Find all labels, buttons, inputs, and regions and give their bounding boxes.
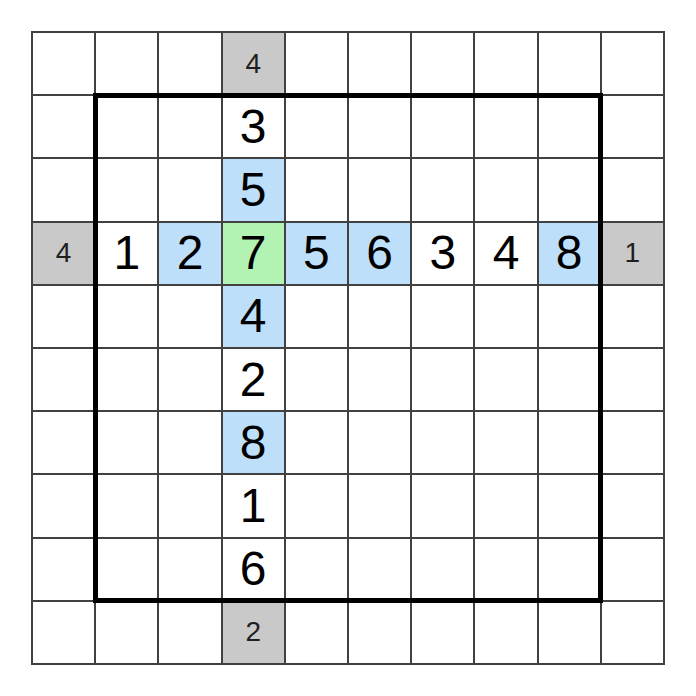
board-cell — [349, 33, 410, 94]
board-cell — [475, 33, 536, 94]
board-cell[interactable] — [96, 412, 157, 473]
board-cell[interactable] — [96, 286, 157, 347]
board-cell[interactable] — [539, 159, 600, 220]
board-cell[interactable] — [349, 412, 410, 473]
board-cell — [602, 412, 663, 473]
board-cell[interactable] — [159, 286, 220, 347]
board-cell — [159, 33, 220, 94]
clue-left: 4 — [33, 223, 94, 284]
board-cell[interactable] — [412, 539, 473, 600]
value-cell[interactable]: 5 — [286, 223, 347, 284]
board-cell[interactable] — [349, 96, 410, 157]
clue-right: 1 — [602, 223, 663, 284]
value-cell[interactable]: 8 — [223, 412, 284, 473]
value-cell[interactable]: 5 — [223, 159, 284, 220]
board-cell — [602, 602, 663, 663]
board-cell[interactable] — [475, 475, 536, 536]
puzzle-board: 4354127563481428162 — [31, 31, 665, 665]
puzzle-board-grid: 4354127563481428162 — [31, 31, 665, 665]
board-cell — [33, 475, 94, 536]
board-cell — [602, 539, 663, 600]
board-cell[interactable] — [475, 412, 536, 473]
value-cell[interactable]: 2 — [159, 223, 220, 284]
board-cell — [159, 602, 220, 663]
board-cell[interactable] — [96, 159, 157, 220]
board-cell[interactable] — [349, 539, 410, 600]
value-cell[interactable]: 7 — [223, 223, 284, 284]
board-cell[interactable] — [159, 412, 220, 473]
board-cell[interactable] — [539, 475, 600, 536]
clue-top: 4 — [223, 33, 284, 94]
board-cell[interactable] — [349, 349, 410, 410]
value-cell[interactable]: 1 — [223, 475, 284, 536]
board-cell[interactable] — [96, 96, 157, 157]
board-cell[interactable] — [412, 159, 473, 220]
board-cell — [412, 33, 473, 94]
board-cell[interactable] — [96, 475, 157, 536]
board-cell[interactable] — [159, 539, 220, 600]
board-cell — [602, 159, 663, 220]
value-cell[interactable]: 3 — [412, 223, 473, 284]
clue-bottom: 2 — [223, 602, 284, 663]
board-cell[interactable] — [539, 539, 600, 600]
board-cell[interactable] — [539, 286, 600, 347]
board-cell[interactable] — [475, 349, 536, 410]
value-cell[interactable]: 6 — [223, 539, 284, 600]
board-cell — [33, 159, 94, 220]
board-cell — [539, 602, 600, 663]
value-cell[interactable]: 4 — [475, 223, 536, 284]
board-cell — [33, 349, 94, 410]
board-cell[interactable] — [96, 349, 157, 410]
board-cell[interactable] — [349, 475, 410, 536]
board-cell[interactable] — [412, 349, 473, 410]
board-cell[interactable] — [286, 286, 347, 347]
board-cell — [96, 33, 157, 94]
board-cell[interactable] — [286, 539, 347, 600]
value-cell[interactable]: 1 — [96, 223, 157, 284]
board-cell — [475, 602, 536, 663]
board-cell — [33, 412, 94, 473]
board-cell — [33, 33, 94, 94]
value-cell[interactable]: 6 — [349, 223, 410, 284]
board-cell[interactable] — [475, 159, 536, 220]
board-cell[interactable] — [349, 286, 410, 347]
board-cell[interactable] — [96, 539, 157, 600]
board-cell — [602, 475, 663, 536]
board-cell — [602, 96, 663, 157]
board-cell[interactable] — [475, 96, 536, 157]
board-cell[interactable] — [286, 159, 347, 220]
board-cell — [33, 602, 94, 663]
puzzle-screen: 4354127563481428162 — [0, 0, 696, 696]
board-cell[interactable] — [539, 412, 600, 473]
board-cell[interactable] — [286, 349, 347, 410]
board-cell — [602, 349, 663, 410]
value-cell[interactable]: 8 — [539, 223, 600, 284]
board-cell[interactable] — [412, 96, 473, 157]
board-cell[interactable] — [412, 475, 473, 536]
board-cell — [33, 96, 94, 157]
board-cell — [412, 602, 473, 663]
board-cell[interactable] — [539, 96, 600, 157]
value-cell[interactable]: 4 — [223, 286, 284, 347]
board-cell[interactable] — [412, 286, 473, 347]
board-cell[interactable] — [286, 96, 347, 157]
board-cell — [33, 539, 94, 600]
value-cell[interactable]: 2 — [223, 349, 284, 410]
board-cell[interactable] — [286, 475, 347, 536]
board-cell[interactable] — [159, 159, 220, 220]
board-cell[interactable] — [159, 349, 220, 410]
board-cell[interactable] — [159, 96, 220, 157]
board-cell — [539, 33, 600, 94]
board-cell — [349, 602, 410, 663]
board-cell[interactable] — [475, 539, 536, 600]
board-cell — [96, 602, 157, 663]
board-cell — [286, 33, 347, 94]
board-cell[interactable] — [539, 349, 600, 410]
board-cell[interactable] — [286, 412, 347, 473]
board-cell — [602, 286, 663, 347]
board-cell — [286, 602, 347, 663]
board-cell — [602, 33, 663, 94]
board-cell — [33, 286, 94, 347]
value-cell[interactable]: 3 — [223, 96, 284, 157]
board-cell[interactable] — [159, 475, 220, 536]
board-cell[interactable] — [475, 286, 536, 347]
board-cell[interactable] — [349, 159, 410, 220]
board-cell[interactable] — [412, 412, 473, 473]
